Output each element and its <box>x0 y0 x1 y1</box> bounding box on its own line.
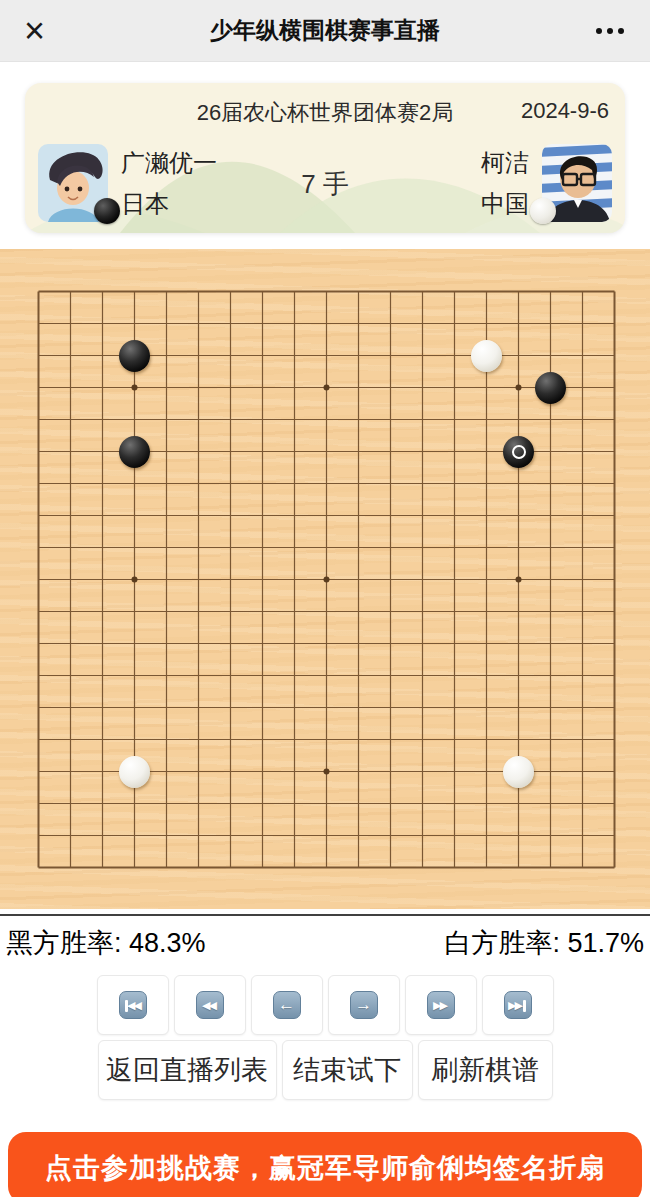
stone-white-Q4 <box>503 756 534 788</box>
board-grid <box>0 249 650 909</box>
white-stone-badge <box>530 198 556 224</box>
step-forward-button[interactable]: → <box>328 975 400 1035</box>
move-counter: 7 手 <box>301 167 349 202</box>
challenge-promo-banner[interactable]: 点击参加挑战赛，赢冠军导师俞俐均签名折扇 <box>8 1132 642 1197</box>
player-white: 柯洁 中国 <box>481 144 612 222</box>
fast-forward-icon: ▶▶ <box>427 991 455 1019</box>
event-date: 2024-9-6 <box>521 98 609 124</box>
stone-black-R16 <box>535 372 566 404</box>
skip-to-start-button[interactable]: ◀◀ <box>97 975 169 1035</box>
more-dot <box>618 28 624 34</box>
winrate-bar: 黑方胜率: 48.3% 白方胜率: 51.7% <box>0 916 650 965</box>
stone-black-Q14 <box>503 436 534 468</box>
players-row: 广濑优一 日本 7 手 柯洁 中国 <box>25 144 625 222</box>
stone-black-D14 <box>119 436 150 468</box>
more-dot <box>596 28 602 34</box>
refresh-record-button[interactable]: 刷新棋谱 <box>418 1040 553 1100</box>
go-board[interactable] <box>0 249 650 909</box>
more-dot <box>607 28 613 34</box>
close-icon[interactable]: × <box>24 0 45 62</box>
more-menu-icon[interactable] <box>596 0 624 62</box>
stone-white-P17 <box>471 340 502 372</box>
action-buttons-row: 返回直播列表 结束试下 刷新棋谱 <box>0 1040 650 1100</box>
stone-black-D17 <box>119 340 150 372</box>
black-player-name: 广濑优一 <box>121 147 217 179</box>
back-to-live-list-button[interactable]: 返回直播列表 <box>98 1040 277 1100</box>
last-move-marker <box>512 445 526 459</box>
match-info-card: 26届农心杯世界团体赛2局 2024-9-6 广濑优一 日本 <box>25 83 625 233</box>
skip-to-start-icon: ◀◀ <box>119 991 147 1019</box>
skip-to-end-button[interactable]: ▶▶ <box>482 975 554 1035</box>
fast-forward-button[interactable]: ▶▶ <box>405 975 477 1035</box>
black-winrate: 黑方胜率: 48.3% <box>6 925 206 961</box>
step-back-button[interactable]: ← <box>251 975 323 1035</box>
rewind-icon: ◀◀ <box>196 991 224 1019</box>
rewind-button[interactable]: ◀◀ <box>174 975 246 1035</box>
stone-white-D4 <box>119 756 150 788</box>
banner-text: 点击参加挑战赛，赢冠军导师俞俐均签名折扇 <box>45 1150 605 1186</box>
move-nav-row: ◀◀ ◀◀ ← → ▶▶ ▶▶ <box>0 975 650 1035</box>
page-title: 少年纵横围棋赛事直播 <box>210 15 440 46</box>
match-header: 26届农心杯世界团体赛2局 2024-9-6 <box>25 98 625 128</box>
skip-to-end-icon: ▶▶ <box>504 991 532 1019</box>
player-black: 广濑优一 日本 <box>38 144 217 222</box>
step-back-icon: ← <box>273 991 301 1019</box>
white-player-country: 中国 <box>481 188 529 220</box>
white-player-name: 柯洁 <box>481 147 529 179</box>
step-forward-icon: → <box>350 991 378 1019</box>
black-player-country: 日本 <box>121 188 217 220</box>
event-title: 26届农心杯世界团体赛2局 <box>197 98 454 128</box>
title-bar: × 少年纵横围棋赛事直播 <box>0 0 650 62</box>
end-trial-play-button[interactable]: 结束试下 <box>282 1040 413 1100</box>
white-winrate: 白方胜率: 51.7% <box>444 925 644 961</box>
black-stone-badge <box>94 198 120 224</box>
